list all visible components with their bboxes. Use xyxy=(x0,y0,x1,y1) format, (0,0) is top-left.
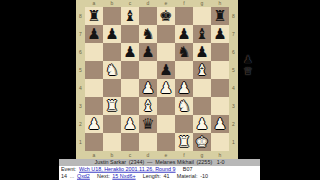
rank-label-7: 7 xyxy=(76,25,85,43)
square-h8: ♜ xyxy=(211,7,229,25)
black-pawn-h7: ♟ xyxy=(211,25,229,43)
eco-code: B07 xyxy=(183,166,193,171)
square-h7: ♟ xyxy=(211,25,229,43)
black-pawn-d6: ♟ xyxy=(139,43,157,61)
square-b5: ♞ xyxy=(103,61,121,79)
square-g4 xyxy=(193,79,211,97)
white-pawn-g2: ♟ xyxy=(193,115,211,133)
file-label-d: d xyxy=(139,151,157,159)
square-b7: ♟ xyxy=(103,25,121,43)
white-pawn-f4: ♟ xyxy=(175,79,193,97)
white-rook-f1: ♜ xyxy=(175,133,193,151)
current-move-link[interactable]: Qxd2 xyxy=(77,173,90,178)
square-e8: ♚ xyxy=(157,7,175,25)
white-knight-f3: ♞ xyxy=(175,97,193,115)
black-pawn-e5: ♟ xyxy=(157,61,175,79)
rank-label-1: 1 xyxy=(229,133,238,151)
square-d3: ♝ xyxy=(139,97,157,115)
rank-label-6: 6 xyxy=(76,43,85,61)
file-label-e: e xyxy=(157,0,175,7)
square-c5 xyxy=(121,61,139,79)
next-label: Next: xyxy=(97,173,110,178)
square-a1 xyxy=(85,133,103,151)
square-e2 xyxy=(157,115,175,133)
square-g3 xyxy=(193,97,211,115)
square-a4 xyxy=(85,79,103,97)
square-h1 xyxy=(211,133,229,151)
rank-label-3: 3 xyxy=(76,97,85,115)
black-player-elo: (2255) xyxy=(197,159,213,164)
square-a3 xyxy=(85,97,103,115)
board-grid: ♜♝♚♜♟♟♞♟♝♟♟♟♞♟♞♟♝♟♟♟♜♝♞♟♟♛♟♟♜♚ xyxy=(85,7,229,151)
square-g2: ♟ xyxy=(193,115,211,133)
white-bishop-d3: ♝ xyxy=(139,97,157,115)
square-f7: ♟ xyxy=(175,25,193,43)
black-rook-a8: ♜ xyxy=(85,7,103,25)
square-a5 xyxy=(85,61,103,79)
square-a6 xyxy=(85,43,103,61)
file-label-g: g xyxy=(193,0,211,7)
white-king-g1: ♚ xyxy=(193,133,211,151)
move-line: 14...Qxd2Next:15 Nxd6+Length:41Material:… xyxy=(61,173,238,179)
length-value: 41 xyxy=(164,173,170,178)
square-e3 xyxy=(157,97,175,115)
white-pawn-h2: ♟ xyxy=(211,115,229,133)
square-f4: ♟ xyxy=(175,79,193,97)
material-value: -10 xyxy=(200,173,208,178)
square-b2 xyxy=(103,115,121,133)
square-d2: ♛ xyxy=(139,115,157,133)
square-c1 xyxy=(121,133,139,151)
black-king-e8: ♚ xyxy=(157,7,175,25)
square-b3: ♜ xyxy=(103,97,121,115)
square-d6: ♟ xyxy=(139,43,157,61)
square-c4 xyxy=(121,79,139,97)
square-h2: ♟ xyxy=(211,115,229,133)
black-pawn-g6: ♟ xyxy=(193,43,211,61)
square-c3 xyxy=(121,97,139,115)
white-player-elo: (2344) xyxy=(129,159,145,164)
rank-label-3: 3 xyxy=(229,97,238,115)
square-c7 xyxy=(121,25,139,43)
game-result: 1-0 xyxy=(217,159,225,164)
square-h3 xyxy=(211,97,229,115)
square-f5 xyxy=(175,61,193,79)
black-pawn-b7: ♟ xyxy=(103,25,121,43)
caption-panel: Justin Sarkar(2344)—Melanes Mikhail(2255… xyxy=(59,159,260,180)
square-b6 xyxy=(103,43,121,61)
file-label-d: d xyxy=(139,0,157,7)
material-label: Material: xyxy=(177,173,198,178)
rank-label-7: 7 xyxy=(229,25,238,43)
black-bishop-c8: ♝ xyxy=(121,7,139,25)
file-label-g: g xyxy=(193,151,211,159)
square-g7: ♝ xyxy=(193,25,211,43)
rank-label-8: 8 xyxy=(229,7,238,25)
captured-black-queen-icon: ♛ xyxy=(240,66,256,78)
event-link[interactable]: Wch U18, Heraklio 2001.11.26, Round 9 xyxy=(79,166,176,171)
black-pawn-f7: ♟ xyxy=(175,25,193,43)
square-f8 xyxy=(175,7,193,25)
rank-label-5: 5 xyxy=(76,61,85,79)
rank-label-2: 2 xyxy=(76,115,85,133)
file-label-e: e xyxy=(157,151,175,159)
move-number: 14 xyxy=(61,173,67,178)
square-d7: ♞ xyxy=(139,25,157,43)
square-e5: ♟ xyxy=(157,61,175,79)
square-d8 xyxy=(139,7,157,25)
file-label-b: b xyxy=(103,151,121,159)
square-c6: ♟ xyxy=(121,43,139,61)
white-pawn-c2: ♟ xyxy=(121,115,139,133)
file-label-h: h xyxy=(211,151,229,159)
square-e1 xyxy=(157,133,175,151)
square-e6 xyxy=(157,43,175,61)
black-player-name: Melanes Mikhail xyxy=(155,159,194,164)
square-b8 xyxy=(103,7,121,25)
square-e7 xyxy=(157,25,175,43)
event-line: Event:Wch U18, Heraklio 2001.11.26, Roun… xyxy=(61,166,238,172)
square-f3: ♞ xyxy=(175,97,193,115)
file-label-a: a xyxy=(85,151,103,159)
event-label: Event: xyxy=(61,166,76,171)
length-label: Length: xyxy=(143,173,161,178)
square-h4 xyxy=(211,79,229,97)
rank-label-8: 8 xyxy=(76,7,85,25)
file-label-h: h xyxy=(211,0,229,7)
players-line: Justin Sarkar(2344)—Melanes Mikhail(2255… xyxy=(69,159,250,165)
square-h6 xyxy=(211,43,229,61)
rank-label-4: 4 xyxy=(76,79,85,97)
square-a2: ♟ xyxy=(85,115,103,133)
square-h5 xyxy=(211,61,229,79)
rank-label-4: 4 xyxy=(229,79,238,97)
square-d4: ♟ xyxy=(139,79,157,97)
chess-board: abcdefgh 87654321 ♜♝♚♜♟♟♞♟♝♟♟♟♞♟♞♟♝♟♟♟♜♝… xyxy=(76,0,238,159)
white-pawn-a2: ♟ xyxy=(85,115,103,133)
square-d1 xyxy=(139,133,157,151)
black-knight-d7: ♞ xyxy=(139,25,157,43)
white-pawn-e4: ♟ xyxy=(157,79,175,97)
move-dots: ... xyxy=(70,173,75,178)
square-f2 xyxy=(175,115,193,133)
square-a8: ♜ xyxy=(85,7,103,25)
players-separator: — xyxy=(147,159,152,164)
captured-pieces-tray: ♟♛ xyxy=(240,54,256,78)
file-label-f: f xyxy=(175,0,193,7)
file-label-c: c xyxy=(121,151,139,159)
game-info-box: Event:Wch U18, Heraklio 2001.11.26, Roun… xyxy=(59,166,260,180)
file-label-a: a xyxy=(85,0,103,7)
square-g6: ♟ xyxy=(193,43,211,61)
video-frame: abcdefgh 87654321 ♜♝♚♜♟♟♞♟♝♟♟♟♞♟♞♟♝♟♟♟♜♝… xyxy=(0,0,320,180)
square-g1: ♚ xyxy=(193,133,211,151)
file-labels-bottom: abcdefgh xyxy=(85,151,238,159)
rank-label-1: 1 xyxy=(76,133,85,151)
black-queen-d2: ♛ xyxy=(139,115,157,133)
file-label-c: c xyxy=(121,0,139,7)
square-b1 xyxy=(103,133,121,151)
white-pawn-d4: ♟ xyxy=(139,79,157,97)
black-knight-f6: ♞ xyxy=(175,43,193,61)
black-pawn-a7: ♟ xyxy=(85,25,103,43)
white-rook-b3: ♜ xyxy=(103,97,121,115)
square-c2: ♟ xyxy=(121,115,139,133)
rank-labels-left: 87654321 xyxy=(76,7,85,151)
square-d5 xyxy=(139,61,157,79)
file-labels-top: abcdefgh xyxy=(85,0,238,7)
square-c8: ♝ xyxy=(121,7,139,25)
white-knight-b5: ♞ xyxy=(103,61,121,79)
black-pawn-c6: ♟ xyxy=(121,43,139,61)
square-f6: ♞ xyxy=(175,43,193,61)
rank-labels-right: 87654321 xyxy=(229,7,238,151)
black-bishop-g7: ♝ xyxy=(193,25,211,43)
white-player-name: Justin Sarkar xyxy=(95,159,127,164)
white-bishop-g5: ♝ xyxy=(193,61,211,79)
next-move-link[interactable]: 15 Nxd6+ xyxy=(112,173,135,178)
square-f1: ♜ xyxy=(175,133,193,151)
square-a7: ♟ xyxy=(85,25,103,43)
rank-label-5: 5 xyxy=(229,61,238,79)
rank-label-6: 6 xyxy=(229,43,238,61)
square-b4 xyxy=(103,79,121,97)
black-rook-h8: ♜ xyxy=(211,7,229,25)
square-g8 xyxy=(193,7,211,25)
file-label-f: f xyxy=(175,151,193,159)
file-label-b: b xyxy=(103,0,121,7)
square-g5: ♝ xyxy=(193,61,211,79)
square-e4: ♟ xyxy=(157,79,175,97)
rank-label-2: 2 xyxy=(229,115,238,133)
